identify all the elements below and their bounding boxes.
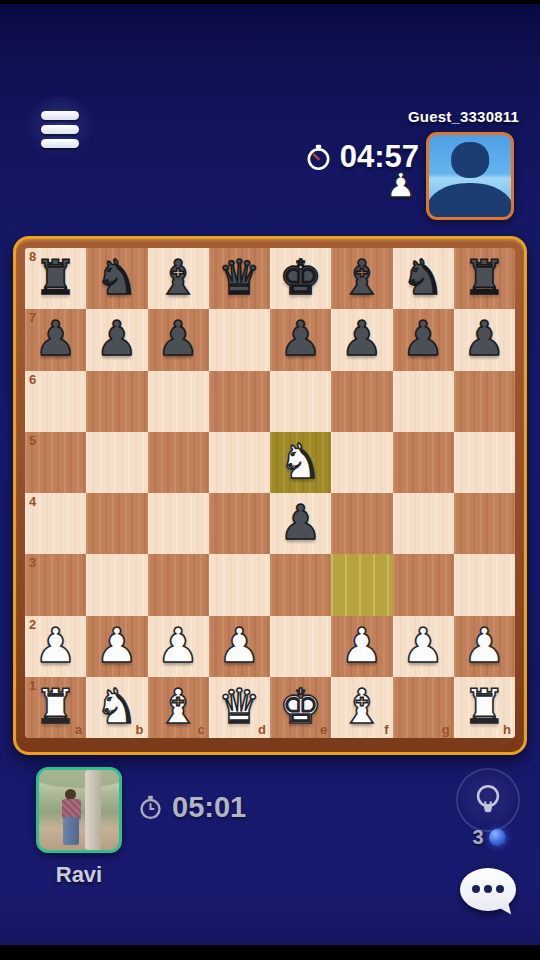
file-label-c: c <box>198 723 205 736</box>
square-g8[interactable]: ♞ <box>393 248 454 309</box>
square-c6[interactable] <box>148 371 209 432</box>
square-c3[interactable] <box>148 554 209 615</box>
piece-white-pawn[interactable]: ♟ <box>218 621 261 672</box>
piece-black-king[interactable]: ♚ <box>279 253 322 304</box>
square-g5[interactable] <box>393 432 454 493</box>
stopwatch-icon <box>305 144 332 171</box>
nav-bar-bottom <box>0 945 540 960</box>
piece-black-rook[interactable]: ♜ <box>463 253 506 304</box>
square-f3[interactable] <box>331 554 392 615</box>
opponent-name: Guest_3330811 <box>408 108 519 125</box>
piece-white-queen[interactable]: ♛ <box>218 682 261 733</box>
square-c7[interactable]: ♟ <box>148 309 209 370</box>
square-e7[interactable]: ♟ <box>270 309 331 370</box>
piece-white-pawn[interactable]: ♟ <box>463 621 506 672</box>
piece-black-pawn[interactable]: ♟ <box>157 314 200 365</box>
square-c8[interactable]: ♝ <box>148 248 209 309</box>
status-bar-top <box>0 0 540 4</box>
file-label-b: b <box>136 723 144 736</box>
square-e6[interactable] <box>270 371 331 432</box>
piece-black-bishop[interactable]: ♝ <box>157 253 200 304</box>
square-g1[interactable]: g <box>393 677 454 738</box>
square-e3[interactable] <box>270 554 331 615</box>
piece-black-pawn[interactable]: ♟ <box>463 314 506 365</box>
square-c1[interactable]: c♝ <box>148 677 209 738</box>
rank-label-4: 4 <box>29 495 36 508</box>
chat-button[interactable] <box>455 858 521 920</box>
file-label-f: f <box>384 723 388 736</box>
piece-black-pawn[interactable]: ♟ <box>402 314 445 365</box>
rank-label-5: 5 <box>29 434 36 447</box>
square-g3[interactable] <box>393 554 454 615</box>
piece-white-pawn[interactable]: ♟ <box>402 621 445 672</box>
square-d4[interactable] <box>209 493 270 554</box>
square-e4[interactable]: ♟ <box>270 493 331 554</box>
hint-count: 3 <box>472 826 483 849</box>
rank-label-6: 6 <box>29 373 36 386</box>
tree-foliage <box>36 767 122 788</box>
player-clock-time: 05:01 <box>172 791 246 824</box>
square-d1[interactable]: d♛ <box>209 677 270 738</box>
square-e2[interactable] <box>270 616 331 677</box>
square-a8[interactable]: 8♜ <box>25 248 86 309</box>
opponent-captured-tray: ♟ <box>386 168 416 202</box>
square-d8[interactable]: ♛ <box>209 248 270 309</box>
square-d6[interactable] <box>209 371 270 432</box>
square-g6[interactable] <box>393 371 454 432</box>
square-b2[interactable]: ♟ <box>86 616 147 677</box>
lightbulb-icon <box>470 782 506 818</box>
captured-white-pawn-icon: ♟ <box>386 165 416 205</box>
rank-label-3: 3 <box>29 556 36 569</box>
square-f2[interactable]: ♟ <box>331 616 392 677</box>
hamburger-icon <box>41 111 79 120</box>
square-a1[interactable]: 1a♜ <box>25 677 86 738</box>
rank-label-8: 8 <box>29 250 36 263</box>
square-f5[interactable] <box>331 432 392 493</box>
square-b8[interactable]: ♞ <box>86 248 147 309</box>
square-a4[interactable]: 4 <box>25 493 86 554</box>
square-d2[interactable]: ♟ <box>209 616 270 677</box>
square-f8[interactable]: ♝ <box>331 248 392 309</box>
square-a7[interactable]: 7♟ <box>25 309 86 370</box>
file-label-g: g <box>442 723 450 736</box>
square-f1[interactable]: f♝ <box>331 677 392 738</box>
piece-black-rook[interactable]: ♜ <box>34 253 77 304</box>
square-b3[interactable] <box>86 554 147 615</box>
square-b1[interactable]: b♞ <box>86 677 147 738</box>
piece-white-knight[interactable]: ♞ <box>279 437 322 488</box>
tree-trunk <box>85 770 101 850</box>
square-e1[interactable]: e♚ <box>270 677 331 738</box>
square-b5[interactable] <box>86 432 147 493</box>
piece-white-rook[interactable]: ♜ <box>34 682 77 733</box>
piece-black-queen[interactable]: ♛ <box>218 253 261 304</box>
opponent-avatar[interactable] <box>426 132 514 220</box>
square-c5[interactable] <box>148 432 209 493</box>
piece-white-rook[interactable]: ♜ <box>463 682 506 733</box>
square-b4[interactable] <box>86 493 147 554</box>
square-a3[interactable]: 3 <box>25 554 86 615</box>
square-g4[interactable] <box>393 493 454 554</box>
piece-black-pawn[interactable]: ♟ <box>279 498 322 549</box>
square-f7[interactable]: ♟ <box>331 309 392 370</box>
file-label-a: a <box>75 723 82 736</box>
square-h5[interactable] <box>454 432 515 493</box>
square-d7[interactable] <box>209 309 270 370</box>
square-d3[interactable] <box>209 554 270 615</box>
piece-black-bishop[interactable]: ♝ <box>340 253 383 304</box>
piece-black-pawn[interactable]: ♟ <box>340 314 383 365</box>
square-f6[interactable] <box>331 371 392 432</box>
piece-white-bishop[interactable]: ♝ <box>157 682 200 733</box>
rank-label-7: 7 <box>29 311 36 324</box>
chess-board-frame: 8♜♞♝♛♚♝♞♜7♟♟♟♟♟♟♟65♞4♟32♟♟♟♟♟♟♟1a♜b♞c♝d♛… <box>13 236 527 755</box>
piece-black-pawn[interactable]: ♟ <box>34 314 77 365</box>
square-e5[interactable]: ♞ <box>270 432 331 493</box>
board-grid: 8♜♞♝♛♚♝♞♜7♟♟♟♟♟♟♟65♞4♟32♟♟♟♟♟♟♟1a♜b♞c♝d♛… <box>25 248 515 738</box>
square-c2[interactable]: ♟ <box>148 616 209 677</box>
square-b6[interactable] <box>86 371 147 432</box>
square-a6[interactable]: 6 <box>25 371 86 432</box>
file-label-h: h <box>503 723 511 736</box>
piece-black-pawn[interactable]: ♟ <box>95 314 138 365</box>
piece-white-pawn[interactable]: ♟ <box>340 621 383 672</box>
square-g2[interactable]: ♟ <box>393 616 454 677</box>
square-h7[interactable]: ♟ <box>454 309 515 370</box>
piece-white-king[interactable]: ♚ <box>279 682 322 733</box>
square-g7[interactable]: ♟ <box>393 309 454 370</box>
square-a2[interactable]: 2♟ <box>25 616 86 677</box>
rank-label-1: 1 <box>29 679 36 692</box>
piece-white-pawn[interactable]: ♟ <box>95 621 138 672</box>
piece-black-knight[interactable]: ♞ <box>95 253 138 304</box>
hint-meta: 3 <box>461 826 517 849</box>
avatar-silhouette-icon <box>451 142 489 178</box>
piece-white-knight[interactable]: ♞ <box>95 682 138 733</box>
stopwatch-icon <box>138 795 163 820</box>
square-e8[interactable]: ♚ <box>270 248 331 309</box>
square-b7[interactable]: ♟ <box>86 309 147 370</box>
menu-button[interactable] <box>27 96 93 162</box>
square-c4[interactable] <box>148 493 209 554</box>
piece-white-bishop[interactable]: ♝ <box>340 682 383 733</box>
piece-black-pawn[interactable]: ♟ <box>279 314 322 365</box>
square-d5[interactable] <box>209 432 270 493</box>
file-label-e: e <box>320 723 327 736</box>
square-h3[interactable] <box>454 554 515 615</box>
hint-gem-icon <box>489 829 506 846</box>
square-h2[interactable]: ♟ <box>454 616 515 677</box>
file-label-d: d <box>258 723 266 736</box>
square-h4[interactable] <box>454 493 515 554</box>
rank-label-2: 2 <box>29 618 36 631</box>
player-avatar[interactable] <box>36 767 122 853</box>
player-clock: 05:01 <box>138 791 246 824</box>
piece-white-pawn[interactable]: ♟ <box>34 621 77 672</box>
square-h6[interactable] <box>454 371 515 432</box>
square-a5[interactable]: 5 <box>25 432 86 493</box>
hint-button[interactable] <box>456 768 520 832</box>
square-h1[interactable]: h♜ <box>454 677 515 738</box>
square-h8[interactable]: ♜ <box>454 248 515 309</box>
piece-white-pawn[interactable]: ♟ <box>157 621 200 672</box>
player-name: Ravi <box>36 862 122 888</box>
piece-black-knight[interactable]: ♞ <box>402 253 445 304</box>
square-f4[interactable] <box>331 493 392 554</box>
chat-bubble-icon <box>460 868 516 911</box>
